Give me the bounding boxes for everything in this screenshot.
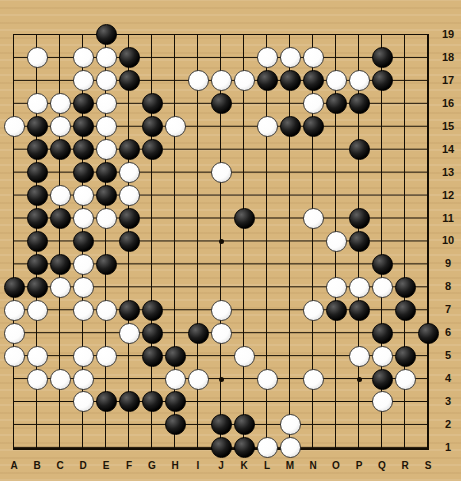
stone-white	[303, 300, 324, 321]
stone-black	[395, 300, 416, 321]
column-label: H	[166, 460, 184, 471]
stone-white	[257, 369, 278, 390]
stone-white	[188, 70, 209, 91]
stone-black	[372, 369, 393, 390]
stone-black	[142, 323, 163, 344]
stone-white	[257, 47, 278, 68]
stone-black	[303, 70, 324, 91]
column-label: N	[304, 460, 322, 471]
stone-black	[326, 300, 347, 321]
row-label: 8	[436, 280, 460, 292]
stone-black	[4, 277, 25, 298]
stone-black	[50, 208, 71, 229]
stone-white	[303, 208, 324, 229]
stone-black	[96, 185, 117, 206]
stone-black	[27, 231, 48, 252]
column-label: A	[5, 460, 23, 471]
row-label: 14	[436, 143, 460, 155]
row-label: 10	[436, 234, 460, 246]
stone-white	[4, 300, 25, 321]
column-label: S	[419, 460, 437, 471]
row-label: 11	[436, 212, 460, 224]
stone-black	[280, 70, 301, 91]
stone-white	[27, 346, 48, 367]
stone-white	[280, 437, 301, 458]
stone-white	[73, 185, 94, 206]
stone-black	[257, 70, 278, 91]
stone-black	[211, 93, 232, 114]
stone-white	[119, 162, 140, 183]
stone-white	[96, 93, 117, 114]
stone-white	[303, 47, 324, 68]
stone-white	[280, 414, 301, 435]
row-label: 7	[436, 303, 460, 315]
stone-black	[73, 162, 94, 183]
stone-white	[234, 70, 255, 91]
stone-white	[211, 323, 232, 344]
column-label: C	[51, 460, 69, 471]
stone-black	[165, 346, 186, 367]
stone-black	[73, 231, 94, 252]
row-label: 15	[436, 120, 460, 132]
stone-white	[73, 277, 94, 298]
row-label: 17	[436, 74, 460, 86]
stone-black	[119, 300, 140, 321]
star-point	[357, 377, 362, 382]
stone-white	[303, 369, 324, 390]
row-label: 13	[436, 166, 460, 178]
stone-white	[73, 254, 94, 275]
stone-white	[73, 300, 94, 321]
stone-black	[211, 414, 232, 435]
stone-white	[50, 93, 71, 114]
goban[interactable]	[3, 24, 440, 460]
stone-white	[27, 93, 48, 114]
stone-white	[73, 346, 94, 367]
row-label: 19	[436, 28, 460, 40]
row-label: 2	[436, 418, 460, 430]
stone-white	[349, 346, 370, 367]
stone-white	[27, 300, 48, 321]
stone-black	[27, 162, 48, 183]
stone-black	[142, 139, 163, 160]
stone-white	[211, 162, 232, 183]
stone-black	[326, 93, 347, 114]
stone-white	[96, 208, 117, 229]
stone-black	[234, 437, 255, 458]
column-label: L	[258, 460, 276, 471]
stone-white	[119, 185, 140, 206]
stone-white	[119, 323, 140, 344]
stone-black	[119, 391, 140, 412]
stone-white	[303, 93, 324, 114]
stone-black	[165, 414, 186, 435]
stone-black	[142, 346, 163, 367]
row-label: 6	[436, 326, 460, 338]
stone-white	[257, 116, 278, 137]
stone-white	[50, 277, 71, 298]
stone-black	[349, 93, 370, 114]
stone-white	[96, 70, 117, 91]
stone-black	[119, 231, 140, 252]
stone-white	[372, 277, 393, 298]
stone-white	[326, 231, 347, 252]
go-board-screenshot: ABCDEFGHIJKLMNOPQRS191817161514131211109…	[0, 0, 461, 481]
column-label: F	[120, 460, 138, 471]
stone-black	[349, 139, 370, 160]
stone-white	[165, 369, 186, 390]
stone-black	[96, 24, 117, 45]
stone-black	[50, 254, 71, 275]
stone-white	[326, 277, 347, 298]
stone-black	[234, 208, 255, 229]
row-label: 3	[436, 395, 460, 407]
stone-black	[119, 208, 140, 229]
column-label: J	[212, 460, 230, 471]
stone-black	[27, 208, 48, 229]
stone-black	[372, 70, 393, 91]
stone-white	[326, 70, 347, 91]
stone-white	[96, 47, 117, 68]
stone-white	[50, 369, 71, 390]
stone-white	[234, 346, 255, 367]
stone-white	[280, 47, 301, 68]
stone-white	[96, 346, 117, 367]
stone-black	[349, 300, 370, 321]
stone-white	[73, 391, 94, 412]
stone-white	[349, 70, 370, 91]
stone-black	[418, 323, 439, 344]
stone-white	[96, 116, 117, 137]
row-label: 9	[436, 257, 460, 269]
star-point	[219, 239, 224, 244]
stone-white	[395, 369, 416, 390]
stone-white	[4, 116, 25, 137]
row-label: 18	[436, 51, 460, 63]
row-label: 12	[436, 189, 460, 201]
stone-black	[395, 277, 416, 298]
stone-black	[27, 185, 48, 206]
stone-white	[4, 346, 25, 367]
column-label: D	[74, 460, 92, 471]
stone-white	[73, 208, 94, 229]
stone-black	[119, 70, 140, 91]
stone-black	[73, 93, 94, 114]
stone-black	[142, 116, 163, 137]
stone-black	[349, 208, 370, 229]
stone-black	[73, 116, 94, 137]
stone-black	[142, 300, 163, 321]
stone-white	[96, 139, 117, 160]
stone-black	[142, 391, 163, 412]
row-label: 1	[436, 441, 460, 453]
stone-black	[372, 323, 393, 344]
stone-white	[50, 116, 71, 137]
stone-black	[395, 346, 416, 367]
column-label: R	[396, 460, 414, 471]
column-label: Q	[373, 460, 391, 471]
stone-black	[50, 139, 71, 160]
stone-black	[211, 437, 232, 458]
column-label: B	[28, 460, 46, 471]
stone-white	[372, 391, 393, 412]
stone-black	[234, 414, 255, 435]
stone-white	[165, 116, 186, 137]
stone-black	[119, 139, 140, 160]
stone-white	[211, 70, 232, 91]
stone-white	[73, 369, 94, 390]
stone-white	[27, 369, 48, 390]
column-label: P	[350, 460, 368, 471]
column-label: E	[97, 460, 115, 471]
column-label: K	[235, 460, 253, 471]
row-label: 4	[436, 372, 460, 384]
stone-black	[27, 116, 48, 137]
stone-white	[349, 277, 370, 298]
stone-black	[142, 93, 163, 114]
stone-white	[257, 437, 278, 458]
stone-black	[96, 254, 117, 275]
stone-white	[372, 346, 393, 367]
stone-white	[211, 300, 232, 321]
row-label: 5	[436, 349, 460, 361]
stone-white	[96, 300, 117, 321]
star-point	[219, 377, 224, 382]
row-label: 16	[436, 97, 460, 109]
stone-black	[27, 139, 48, 160]
stone-black	[165, 391, 186, 412]
column-label: I	[189, 460, 207, 471]
stone-black	[349, 231, 370, 252]
stone-black	[96, 391, 117, 412]
stone-white	[73, 47, 94, 68]
column-label: M	[281, 460, 299, 471]
stone-black	[372, 254, 393, 275]
stone-black	[119, 47, 140, 68]
stone-white	[188, 369, 209, 390]
stone-black	[73, 139, 94, 160]
column-label: O	[327, 460, 345, 471]
stone-black	[188, 323, 209, 344]
stone-black	[96, 162, 117, 183]
stone-white	[27, 47, 48, 68]
stone-black	[27, 277, 48, 298]
stone-white	[50, 185, 71, 206]
stone-white	[73, 70, 94, 91]
stone-black	[280, 116, 301, 137]
stone-white	[4, 323, 25, 344]
stone-black	[372, 47, 393, 68]
stone-black	[303, 116, 324, 137]
column-label: G	[143, 460, 161, 471]
stone-black	[27, 254, 48, 275]
